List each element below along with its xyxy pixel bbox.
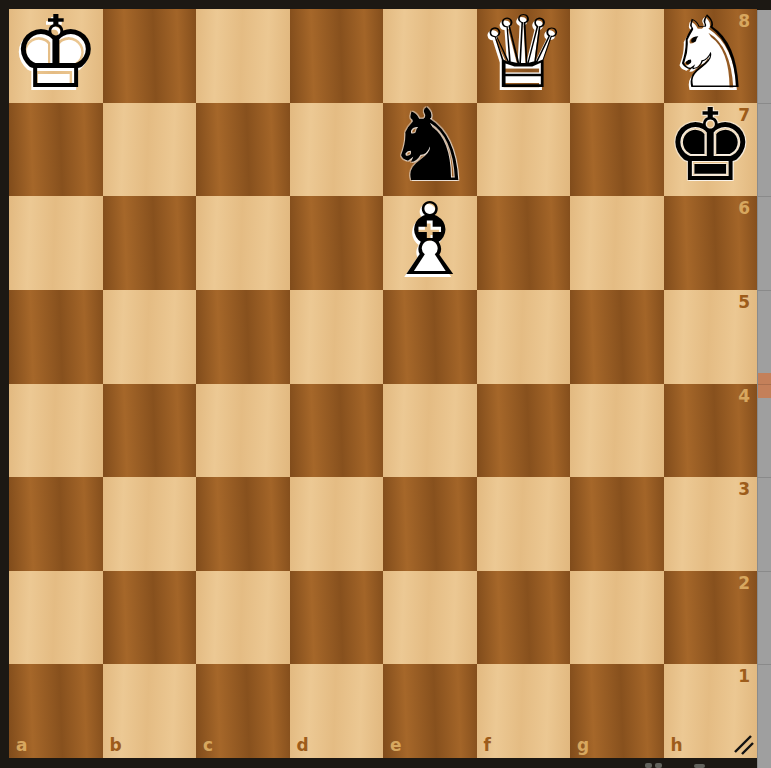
square-d5[interactable] [290, 290, 384, 384]
rank-label-2: 2 [738, 575, 750, 592]
cropped-text-artifact [655, 763, 662, 768]
rank-label-3: 3 [738, 481, 750, 498]
square-f8[interactable]: ♛♕ [477, 9, 571, 103]
square-e5[interactable] [383, 290, 477, 384]
white-king-glyph: ♔ [11, 9, 101, 103]
square-e7[interactable]: ♞ [383, 103, 477, 197]
square-a6[interactable] [9, 196, 103, 290]
file-label-d: d [297, 737, 309, 754]
square-c6[interactable] [196, 196, 290, 290]
square-b7[interactable] [103, 103, 197, 197]
square-d7[interactable] [290, 103, 384, 197]
square-h8[interactable]: 8♞♘ [664, 9, 758, 103]
square-b6[interactable] [103, 196, 197, 290]
scrollbar-tick [758, 290, 771, 291]
file-label-a: a [16, 737, 27, 754]
board-resize-handle-icon[interactable] [732, 733, 754, 755]
square-f5[interactable] [477, 290, 571, 384]
white-queen-glyph: ♕ [478, 9, 568, 103]
square-f6[interactable] [477, 196, 571, 290]
square-b1[interactable]: b [103, 664, 197, 758]
square-c1[interactable]: c [196, 664, 290, 758]
square-a5[interactable] [9, 290, 103, 384]
square-a7[interactable] [9, 103, 103, 197]
square-f4[interactable] [477, 384, 571, 478]
rank-label-5: 5 [738, 294, 750, 311]
square-e8[interactable] [383, 9, 477, 103]
square-h4[interactable]: 4 [664, 384, 758, 478]
black-knight-e7[interactable]: ♞ [383, 103, 477, 197]
white-bishop-e6[interactable]: ♝♗ [383, 196, 477, 290]
file-label-b: b [110, 737, 122, 754]
black-king-h7[interactable]: ♚ [664, 103, 758, 197]
square-a8[interactable]: ♚♔ [9, 9, 103, 103]
square-c5[interactable] [196, 290, 290, 384]
square-g8[interactable] [570, 9, 664, 103]
square-a4[interactable] [9, 384, 103, 478]
square-e3[interactable] [383, 477, 477, 571]
square-g1[interactable]: g [570, 664, 664, 758]
chess-board[interactable]: ♚♔♛♕8♞♘♞7♚♝♗65432abcdefg1h [9, 9, 757, 758]
square-h2[interactable]: 2 [664, 571, 758, 665]
file-label-f: f [484, 737, 491, 754]
square-d8[interactable] [290, 9, 384, 103]
square-b3[interactable] [103, 477, 197, 571]
white-queen-f8[interactable]: ♛♕ [477, 9, 571, 103]
square-d1[interactable]: d [290, 664, 384, 758]
square-h7[interactable]: 7♚ [664, 103, 758, 197]
white-knight-h8[interactable]: ♞♘ [664, 9, 758, 103]
square-b8[interactable] [103, 9, 197, 103]
square-b4[interactable] [103, 384, 197, 478]
file-label-g: g [577, 737, 589, 754]
square-c4[interactable] [196, 384, 290, 478]
square-e4[interactable] [383, 384, 477, 478]
rank-label-4: 4 [738, 388, 750, 405]
cropped-text-artifact [694, 764, 705, 768]
square-e6[interactable]: ♝♗ [383, 196, 477, 290]
square-e1[interactable]: e [383, 664, 477, 758]
square-e2[interactable] [383, 571, 477, 665]
square-b5[interactable] [103, 290, 197, 384]
square-h6[interactable]: 6 [664, 196, 758, 290]
square-g6[interactable] [570, 196, 664, 290]
square-d3[interactable] [290, 477, 384, 571]
square-f2[interactable] [477, 571, 571, 665]
black-knight-glyph: ♞ [385, 103, 475, 197]
square-b2[interactable] [103, 571, 197, 665]
white-bishop-glyph: ♗ [385, 196, 475, 290]
square-d2[interactable] [290, 571, 384, 665]
scrollbar-tick [758, 664, 771, 665]
rank-label-6: 6 [738, 200, 750, 217]
square-g3[interactable] [570, 477, 664, 571]
file-label-h: h [671, 737, 683, 754]
square-d4[interactable] [290, 384, 384, 478]
square-h3[interactable]: 3 [664, 477, 758, 571]
square-d6[interactable] [290, 196, 384, 290]
scrollbar-tick [758, 103, 771, 104]
scrollbar-tick [758, 477, 771, 478]
black-king-glyph: ♚ [665, 103, 755, 197]
scrollbar-orange-marker[interactable] [758, 373, 771, 398]
square-a2[interactable] [9, 571, 103, 665]
square-f3[interactable] [477, 477, 571, 571]
square-g5[interactable] [570, 290, 664, 384]
scrollbar-tick [758, 571, 771, 572]
file-label-e: e [390, 737, 402, 754]
square-f1[interactable]: f [477, 664, 571, 758]
page-scrollbar-track[interactable] [757, 10, 771, 768]
square-h5[interactable]: 5 [664, 290, 758, 384]
square-a1[interactable]: a [9, 664, 103, 758]
file-label-c: c [203, 737, 213, 754]
cropped-text-artifact [645, 763, 652, 768]
square-f7[interactable] [477, 103, 571, 197]
square-c3[interactable] [196, 477, 290, 571]
rank-label-1: 1 [738, 668, 750, 685]
scrollbar-tick [758, 196, 771, 197]
white-knight-glyph: ♘ [665, 9, 755, 103]
square-g4[interactable] [570, 384, 664, 478]
square-c8[interactable] [196, 9, 290, 103]
scrollbar-tick [758, 384, 771, 385]
white-king-a8[interactable]: ♚♔ [9, 9, 103, 103]
square-a3[interactable] [9, 477, 103, 571]
square-g7[interactable] [570, 103, 664, 197]
square-c2[interactable] [196, 571, 290, 665]
square-g2[interactable] [570, 571, 664, 665]
square-c7[interactable] [196, 103, 290, 197]
